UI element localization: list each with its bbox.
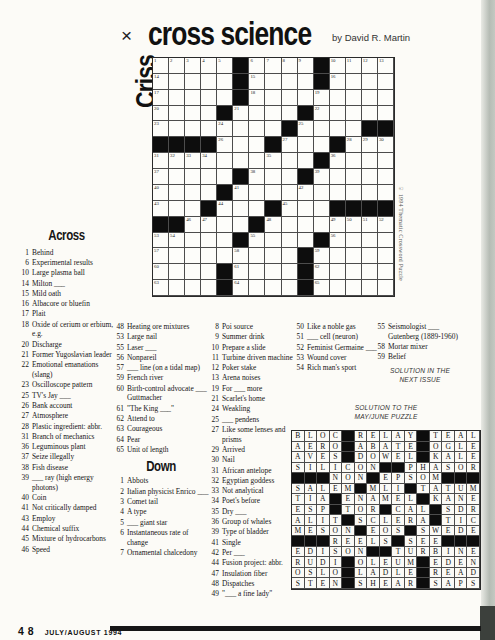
clue-text: Employ bbox=[29, 514, 55, 524]
puzzle-cell[interactable] bbox=[249, 106, 265, 122]
puzzle-cell[interactable] bbox=[346, 74, 362, 90]
clue-text: Leguminous plant bbox=[29, 442, 86, 452]
puzzle-block-cell bbox=[314, 58, 330, 74]
puzzle-cell[interactable] bbox=[378, 90, 394, 106]
clue-number: 22 bbox=[18, 360, 29, 379]
clue-number: 19 bbox=[208, 384, 219, 394]
puzzle-cell[interactable] bbox=[265, 169, 281, 185]
puzzle-cell[interactable] bbox=[282, 233, 298, 249]
puzzle-cell[interactable] bbox=[265, 264, 281, 280]
clue-number: 23 bbox=[18, 380, 29, 390]
puzzle-cell[interactable]: 19 bbox=[314, 90, 330, 106]
solution-letter-cell: K bbox=[430, 494, 443, 505]
puzzle-cell[interactable] bbox=[265, 90, 281, 106]
puzzle-cell[interactable] bbox=[169, 74, 185, 90]
puzzle-block-cell bbox=[314, 233, 330, 249]
puzzle-block-cell bbox=[314, 153, 330, 169]
solution-letter-cell: G bbox=[442, 442, 455, 453]
puzzle-cell[interactable] bbox=[378, 169, 394, 185]
puzzle-cell[interactable] bbox=[185, 248, 201, 264]
puzzle-cell[interactable] bbox=[185, 106, 201, 122]
puzzle-cell[interactable]: 31 bbox=[153, 153, 169, 169]
clue-text: Pear bbox=[124, 435, 140, 445]
solution-letter-cell: E bbox=[417, 536, 430, 547]
puzzle-cell[interactable] bbox=[201, 280, 217, 296]
puzzle-cell[interactable]: 51 bbox=[362, 217, 378, 233]
puzzle-cell[interactable] bbox=[249, 121, 265, 137]
clue-number: 1 bbox=[113, 476, 124, 486]
solution-letter-cell: S bbox=[442, 463, 455, 474]
puzzle-cell[interactable] bbox=[314, 201, 330, 217]
puzzle-cell[interactable]: 47 bbox=[201, 217, 217, 233]
puzzle-cell[interactable]: 60 bbox=[153, 264, 169, 280]
puzzle-cell[interactable]: 64 bbox=[233, 280, 249, 296]
puzzle-cell[interactable] bbox=[169, 280, 185, 296]
puzzle-cell[interactable] bbox=[362, 248, 378, 264]
puzzle-cell[interactable] bbox=[201, 248, 217, 264]
clue-text: Chemical suffix bbox=[29, 524, 79, 534]
clue-across-21: 21Former Yugoslavian leader bbox=[18, 350, 115, 360]
puzzle-cell[interactable] bbox=[378, 264, 394, 280]
solution-letter-cell: L bbox=[417, 505, 430, 516]
clue-number-label: 31 bbox=[154, 153, 159, 159]
puzzle-cell[interactable]: 52 bbox=[378, 217, 394, 233]
puzzle-cell[interactable] bbox=[330, 185, 346, 201]
clue-number: 48 bbox=[113, 322, 124, 332]
puzzle-cell[interactable] bbox=[169, 248, 185, 264]
puzzle-cell[interactable] bbox=[346, 153, 362, 169]
puzzle-cell[interactable]: 1 bbox=[153, 58, 169, 74]
puzzle-cell[interactable] bbox=[265, 106, 281, 122]
puzzle-cell[interactable]: 18 bbox=[249, 90, 265, 106]
puzzle-cell[interactable] bbox=[330, 121, 346, 137]
puzzle-cell[interactable] bbox=[282, 280, 298, 296]
puzzle-cell[interactable] bbox=[201, 185, 217, 201]
clue-down-13: 13Arena noises bbox=[208, 373, 300, 383]
puzzle-cell[interactable]: 48 bbox=[265, 217, 281, 233]
solution-letter-cell: A bbox=[442, 452, 455, 463]
puzzle-cell[interactable] bbox=[362, 153, 378, 169]
clue-number-label: 14 bbox=[154, 74, 159, 80]
puzzle-cell[interactable] bbox=[362, 74, 378, 90]
puzzle-cell[interactable]: 36 bbox=[330, 153, 346, 169]
puzzle-cell[interactable] bbox=[185, 74, 201, 90]
clue-text: Poi source bbox=[219, 322, 253, 332]
solution-letter-cell: R bbox=[405, 578, 418, 589]
puzzle-cell[interactable]: 6 bbox=[249, 58, 265, 74]
puzzle-cell[interactable] bbox=[362, 169, 378, 185]
clue-across-18: 18Oxide of cerium or erbium, e.g. bbox=[18, 320, 115, 339]
puzzle-cell[interactable] bbox=[282, 74, 298, 90]
puzzle-block-cell bbox=[330, 137, 346, 153]
puzzle-cell[interactable] bbox=[330, 248, 346, 264]
puzzle-cell[interactable] bbox=[298, 217, 314, 233]
puzzle-cell[interactable]: 27 bbox=[282, 137, 298, 153]
solution-letter-cell: T bbox=[330, 515, 343, 526]
clue-text: African antelope bbox=[219, 466, 271, 476]
clue-number: 44 bbox=[208, 558, 219, 568]
solution-block-cell bbox=[417, 557, 430, 568]
puzzle-cell[interactable] bbox=[298, 90, 314, 106]
puzzle-cell[interactable] bbox=[298, 201, 314, 217]
puzzle-cell[interactable]: 12 bbox=[362, 58, 378, 74]
puzzle-cell[interactable]: 3 bbox=[185, 58, 201, 74]
puzzle-cell[interactable] bbox=[378, 74, 394, 90]
clue-text: Egyptian goddess bbox=[219, 476, 274, 486]
clue-number: 10 bbox=[208, 343, 219, 353]
clue-text: Oscilloscope pattern bbox=[29, 380, 93, 390]
solution-letter-cell: T bbox=[392, 442, 405, 453]
puzzle-cell[interactable] bbox=[233, 121, 249, 137]
puzzle-cell[interactable]: 32 bbox=[169, 153, 185, 169]
puzzle-cell[interactable]: 39 bbox=[314, 169, 330, 185]
solution-letter-cell: D bbox=[442, 557, 455, 568]
puzzle-cell[interactable]: 53 bbox=[153, 233, 169, 249]
puzzle-cell[interactable] bbox=[298, 74, 314, 90]
solution-letter-cell: R bbox=[367, 505, 380, 516]
puzzle-cell[interactable] bbox=[378, 248, 394, 264]
clue-number: 38 bbox=[18, 463, 29, 473]
puzzle-cell[interactable]: 33 bbox=[185, 153, 201, 169]
puzzle-cell[interactable] bbox=[314, 137, 330, 153]
puzzle-cell[interactable]: 30 bbox=[378, 137, 394, 153]
clue-text: Like some lenses and prisms bbox=[219, 425, 300, 444]
puzzle-cell[interactable] bbox=[330, 106, 346, 122]
puzzle-cell[interactable]: 38 bbox=[249, 169, 265, 185]
puzzle-cell[interactable] bbox=[249, 185, 265, 201]
puzzle-cell[interactable] bbox=[233, 137, 249, 153]
puzzle-cell[interactable]: 22 bbox=[314, 106, 330, 122]
puzzle-cell[interactable] bbox=[282, 169, 298, 185]
puzzle-cell[interactable] bbox=[265, 248, 281, 264]
clue-text: ___ cell (neuron) bbox=[304, 332, 358, 342]
clue-number: 6 bbox=[113, 528, 124, 547]
puzzle-cell[interactable] bbox=[282, 185, 298, 201]
solution-letter-cell: N bbox=[455, 494, 468, 505]
solution-block-cell bbox=[342, 515, 355, 526]
puzzle-cell[interactable] bbox=[201, 233, 217, 249]
puzzle-cell[interactable] bbox=[185, 90, 201, 106]
puzzle-cell[interactable] bbox=[169, 201, 185, 217]
puzzle-cell[interactable] bbox=[233, 217, 249, 233]
puzzle-cell[interactable] bbox=[265, 280, 281, 296]
puzzle-cell[interactable] bbox=[298, 153, 314, 169]
puzzle-cell[interactable] bbox=[362, 233, 378, 249]
puzzle-cell[interactable] bbox=[265, 185, 281, 201]
puzzle-cell[interactable] bbox=[346, 264, 362, 280]
clue-number: 56 bbox=[113, 353, 124, 363]
puzzle-cell[interactable]: 58 bbox=[233, 248, 249, 264]
puzzle-cell[interactable] bbox=[378, 106, 394, 122]
puzzle-cell[interactable] bbox=[378, 185, 394, 201]
puzzle-cell[interactable] bbox=[185, 121, 201, 137]
solution-letter-cell: A bbox=[305, 484, 318, 495]
puzzle-cell[interactable] bbox=[346, 90, 362, 106]
puzzle-cell[interactable]: 14 bbox=[153, 74, 169, 90]
puzzle-block-cell bbox=[153, 137, 169, 153]
puzzle-cell[interactable] bbox=[362, 185, 378, 201]
solution-letter-cell: I bbox=[455, 515, 468, 526]
clue-number: 41 bbox=[208, 538, 219, 548]
puzzle-cell[interactable]: 41 bbox=[233, 185, 249, 201]
clue-number-label: 2 bbox=[170, 58, 172, 64]
clue-text: Scarlet's home bbox=[219, 394, 265, 404]
puzzle-cell[interactable] bbox=[169, 121, 185, 137]
puzzle-cell[interactable] bbox=[249, 137, 265, 153]
puzzle-cell[interactable]: 23 bbox=[153, 121, 169, 137]
solution-letter-cell: E bbox=[367, 526, 380, 537]
solution-letter-cell: E bbox=[367, 431, 380, 442]
clue-text: Single bbox=[219, 538, 241, 548]
puzzle-cell[interactable]: 17 bbox=[153, 90, 169, 106]
puzzle-cell[interactable]: 29 bbox=[362, 137, 378, 153]
puzzle-cell[interactable] bbox=[217, 74, 233, 90]
clue-number: 10 bbox=[18, 268, 29, 278]
clue-across-57: 57___ line (on a tidal map) bbox=[113, 363, 209, 373]
puzzle-cell[interactable]: 8 bbox=[282, 58, 298, 74]
clue-across-17: 17Plait bbox=[18, 309, 115, 319]
puzzle-cell[interactable] bbox=[378, 153, 394, 169]
puzzle-cell[interactable] bbox=[217, 153, 233, 169]
clue-text: Nail bbox=[219, 455, 235, 465]
puzzle-cell[interactable] bbox=[346, 185, 362, 201]
puzzle-cell[interactable] bbox=[265, 233, 281, 249]
puzzle-cell[interactable] bbox=[217, 248, 233, 264]
solution-letter-cell: A bbox=[455, 568, 468, 579]
puzzle-cell[interactable] bbox=[201, 121, 217, 137]
puzzle-cell[interactable] bbox=[298, 137, 314, 153]
puzzle-cell[interactable] bbox=[249, 248, 265, 264]
puzzle-cell[interactable]: 55 bbox=[249, 233, 265, 249]
puzzle-cell[interactable] bbox=[185, 185, 201, 201]
solution-block-cell bbox=[355, 484, 368, 495]
solution-letter-cell: E bbox=[392, 515, 405, 526]
puzzle-cell[interactable] bbox=[265, 74, 281, 90]
puzzle-cell[interactable]: 10 bbox=[330, 58, 346, 74]
solution-letter-cell: C bbox=[330, 431, 343, 442]
solution-letter-cell: A bbox=[317, 494, 330, 505]
puzzle-cell[interactable]: 28 bbox=[346, 137, 362, 153]
solution-letter-cell: A bbox=[380, 442, 393, 453]
puzzle-block-cell bbox=[298, 248, 314, 264]
clue-text: Coin bbox=[29, 493, 46, 503]
clue-text: Courageous bbox=[124, 424, 162, 434]
puzzle-cell[interactable]: 21 bbox=[233, 106, 249, 122]
puzzle-cell[interactable]: 50 bbox=[346, 217, 362, 233]
puzzle-cell[interactable] bbox=[249, 201, 265, 217]
puzzle-cell[interactable]: 43 bbox=[153, 201, 169, 217]
solution-block-cell bbox=[367, 547, 380, 558]
clue-text: Not critically damped bbox=[29, 503, 96, 513]
clue-text: Summer drink bbox=[219, 332, 265, 342]
puzzle-cell[interactable] bbox=[282, 153, 298, 169]
clue-text: Laser ___ bbox=[124, 343, 156, 353]
clue-down-47: 47Insulation fiber bbox=[208, 569, 300, 579]
puzzle-cell[interactable]: 20 bbox=[153, 106, 169, 122]
puzzle-cell[interactable]: 26 bbox=[217, 137, 233, 153]
clue-number: 39 bbox=[18, 473, 29, 492]
puzzle-cell[interactable] bbox=[346, 280, 362, 296]
puzzle-cell[interactable] bbox=[362, 106, 378, 122]
puzzle-cell[interactable] bbox=[185, 233, 201, 249]
puzzle-cell[interactable]: 11 bbox=[346, 58, 362, 74]
clue-text: Weakling bbox=[219, 404, 250, 414]
clue-text: ___ line (on a tidal map) bbox=[124, 363, 200, 373]
puzzle-cell[interactable] bbox=[282, 106, 298, 122]
puzzle-cell[interactable] bbox=[185, 264, 201, 280]
puzzle-cell[interactable] bbox=[346, 106, 362, 122]
byline: by David R. Martin bbox=[332, 32, 410, 43]
puzzle-cell[interactable]: 61 bbox=[233, 264, 249, 280]
puzzle-cell[interactable]: 9 bbox=[298, 58, 314, 74]
puzzle-cell[interactable] bbox=[169, 169, 185, 185]
puzzle-cell[interactable]: 2 bbox=[169, 58, 185, 74]
puzzle-cell[interactable] bbox=[249, 280, 265, 296]
clue-number: 6 bbox=[18, 258, 29, 268]
puzzle-cell[interactable]: 46 bbox=[185, 217, 201, 233]
puzzle-cell[interactable] bbox=[201, 169, 217, 185]
puzzle-cell[interactable]: 59 bbox=[314, 248, 330, 264]
solution-letter-cell: O bbox=[330, 442, 343, 453]
puzzle-cell[interactable] bbox=[169, 90, 185, 106]
puzzle-cell[interactable] bbox=[217, 233, 233, 249]
puzzle-cell[interactable]: 4 bbox=[201, 58, 217, 74]
solution-letter-cell: N bbox=[455, 547, 468, 558]
puzzle-cell[interactable] bbox=[201, 106, 217, 122]
puzzle-cell[interactable]: 5 bbox=[217, 58, 233, 74]
puzzle-cell[interactable] bbox=[314, 185, 330, 201]
puzzle-cell[interactable] bbox=[282, 90, 298, 106]
puzzle-cell[interactable]: 54 bbox=[169, 233, 185, 249]
clue-number-label: 27 bbox=[283, 137, 288, 143]
clue-across-31: 31Branch of mechanics bbox=[18, 432, 115, 442]
puzzle-cell[interactable] bbox=[330, 280, 346, 296]
puzzle-cell[interactable] bbox=[185, 280, 201, 296]
clue-text: Arena noises bbox=[219, 373, 260, 383]
clue-number-label: 65 bbox=[315, 280, 320, 286]
puzzle-cell[interactable] bbox=[169, 185, 185, 201]
clue-text: Emotional emanations (slang) bbox=[29, 360, 115, 379]
clue-text: ___ pendens bbox=[219, 415, 259, 425]
clue-text: Oxide of cerium or erbium, e.g. bbox=[29, 320, 115, 339]
puzzle-cell[interactable] bbox=[330, 169, 346, 185]
puzzle-cell[interactable] bbox=[346, 121, 362, 137]
puzzle-cell[interactable] bbox=[265, 121, 281, 137]
puzzle-cell[interactable] bbox=[362, 90, 378, 106]
puzzle-cell[interactable]: 13 bbox=[378, 58, 394, 74]
puzzle-cell[interactable] bbox=[249, 264, 265, 280]
puzzle-cell[interactable] bbox=[378, 280, 394, 296]
clue-text: Poker stake bbox=[219, 363, 256, 373]
puzzle-cell[interactable] bbox=[298, 233, 314, 249]
puzzle-cell[interactable] bbox=[282, 248, 298, 264]
clue-text: Like a noble gas bbox=[304, 322, 356, 332]
puzzle-cell[interactable] bbox=[185, 169, 201, 185]
puzzle-cell[interactable] bbox=[346, 169, 362, 185]
puzzle-cell[interactable] bbox=[217, 90, 233, 106]
puzzle-cell[interactable]: 42 bbox=[298, 185, 314, 201]
solution-letter-cell: I bbox=[330, 557, 343, 568]
puzzle-cell[interactable] bbox=[330, 264, 346, 280]
puzzle-cell[interactable] bbox=[185, 201, 201, 217]
puzzle-cell[interactable] bbox=[282, 217, 298, 233]
puzzle-cell[interactable]: 37 bbox=[153, 169, 169, 185]
puzzle-cell[interactable] bbox=[346, 233, 362, 249]
puzzle-cell[interactable]: 49 bbox=[330, 217, 346, 233]
puzzle-cell[interactable]: 65 bbox=[314, 280, 330, 296]
puzzle-cell[interactable]: 34 bbox=[201, 153, 217, 169]
clue-number-label: 22 bbox=[315, 106, 320, 112]
solution-letter-cell: S bbox=[292, 484, 305, 495]
puzzle-cell[interactable] bbox=[314, 217, 330, 233]
puzzle-cell[interactable] bbox=[201, 90, 217, 106]
solution-letter-cell: I bbox=[317, 515, 330, 526]
puzzle-cell[interactable]: 7 bbox=[265, 58, 281, 74]
puzzle-cell[interactable] bbox=[362, 280, 378, 296]
puzzle-cell[interactable] bbox=[201, 264, 217, 280]
puzzle-cell[interactable]: 24 bbox=[217, 121, 233, 137]
puzzle-cell[interactable] bbox=[282, 264, 298, 280]
puzzle-cell[interactable]: 44 bbox=[217, 201, 233, 217]
puzzle-cell[interactable] bbox=[314, 121, 330, 137]
clue-across-22: 22Emotional emanations (slang) bbox=[18, 360, 115, 379]
clue-down-5: 5___ giant star bbox=[113, 518, 209, 528]
puzzle-block-cell bbox=[298, 280, 314, 296]
solution-letter-cell: A bbox=[355, 442, 368, 453]
puzzle-cell[interactable] bbox=[233, 201, 249, 217]
puzzle-cell[interactable]: 35 bbox=[265, 153, 281, 169]
puzzle-cell[interactable]: 57 bbox=[153, 248, 169, 264]
clue-across-59: 59French river bbox=[113, 373, 209, 383]
clue-text: Turbine driven machine bbox=[219, 353, 293, 363]
puzzle-cell[interactable] bbox=[217, 217, 233, 233]
puzzle-cell[interactable] bbox=[378, 233, 394, 249]
clue-text: Behind bbox=[29, 248, 53, 258]
clue-across-44: 44Chemical suffix bbox=[18, 524, 115, 534]
clue-number: 51 bbox=[293, 332, 304, 342]
solution-block-cell bbox=[380, 547, 393, 558]
puzzle-cell[interactable]: 25 bbox=[298, 121, 314, 137]
puzzle-cell[interactable]: 40 bbox=[153, 185, 169, 201]
puzzle-cell[interactable] bbox=[362, 264, 378, 280]
puzzle-cell[interactable] bbox=[249, 153, 265, 169]
puzzle-cell[interactable]: 63 bbox=[153, 280, 169, 296]
puzzle-cell[interactable] bbox=[169, 106, 185, 122]
solution-letter-cell: E bbox=[305, 526, 318, 537]
clue-number: 48 bbox=[208, 579, 219, 589]
puzzle-cell[interactable] bbox=[201, 74, 217, 90]
solution-letter-cell: L bbox=[317, 568, 330, 579]
puzzle-cell[interactable]: 45 bbox=[282, 201, 298, 217]
puzzle-cell[interactable]: 62 bbox=[314, 264, 330, 280]
puzzle-cell[interactable] bbox=[169, 264, 185, 280]
solution-letter-cell: A bbox=[367, 568, 380, 579]
puzzle-cell[interactable]: 56 bbox=[330, 233, 346, 249]
puzzle-cell[interactable] bbox=[346, 248, 362, 264]
puzzle-cell[interactable]: 15 bbox=[249, 74, 265, 90]
clue-across-40: 40Coin bbox=[18, 493, 115, 503]
puzzle-cell[interactable]: 16 bbox=[330, 74, 346, 90]
puzzle-cell[interactable] bbox=[217, 169, 233, 185]
clue-number: 21 bbox=[18, 350, 29, 360]
clue-number-label: 25 bbox=[299, 121, 304, 127]
clue-number: 65 bbox=[113, 445, 124, 455]
puzzle-cell[interactable] bbox=[233, 153, 249, 169]
clue-number: 53 bbox=[293, 353, 304, 363]
puzzle-cell[interactable] bbox=[330, 90, 346, 106]
clue-number-label: 40 bbox=[154, 185, 159, 191]
puzzle-block-cell bbox=[298, 106, 314, 122]
